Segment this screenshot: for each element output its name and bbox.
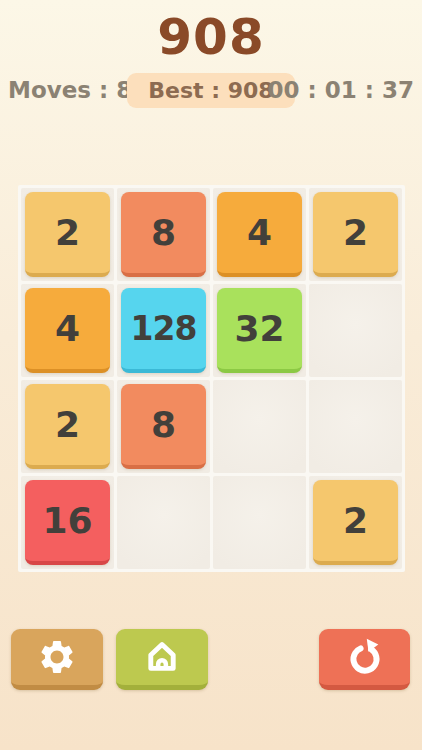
tile-2: 2 [313, 480, 398, 565]
board-cell: 8 [117, 188, 210, 281]
board-cell [213, 476, 306, 569]
board-cell [117, 476, 210, 569]
tile-2: 2 [25, 192, 110, 277]
board-cell: 32 [213, 284, 306, 377]
settings-button[interactable] [11, 629, 103, 690]
stats-bar: Moves : 83 Best : 908 00 : 01 : 37 [0, 72, 422, 108]
board-cell: 16 [21, 476, 114, 569]
tile-16: 16 [25, 480, 110, 565]
board-cell: 2 [309, 188, 402, 281]
board-cell: 2 [21, 380, 114, 473]
tile-4: 4 [217, 192, 302, 277]
board-cell [309, 380, 402, 473]
restart-icon [344, 636, 386, 678]
home-icon [141, 636, 183, 678]
home-button[interactable] [116, 629, 208, 690]
game-screen: 908 Moves : 83 Best : 908 00 : 01 : 37 2… [0, 0, 422, 750]
board-cell: 4 [21, 284, 114, 377]
board-cell [213, 380, 306, 473]
board-cell: 2 [309, 476, 402, 569]
board-cell [309, 284, 402, 377]
restart-button[interactable] [319, 629, 410, 690]
tile-2: 2 [25, 384, 110, 469]
board-cell: 2 [21, 188, 114, 281]
gear-icon [37, 637, 77, 677]
tile-4: 4 [25, 288, 110, 373]
board-cell: 4 [213, 188, 306, 281]
game-board: 284241283228162 [18, 185, 405, 572]
tile-8: 8 [121, 384, 206, 469]
game-timer: 00 : 01 : 37 [268, 72, 414, 108]
tile-2: 2 [313, 192, 398, 277]
tile-8: 8 [121, 192, 206, 277]
score-value: 908 [0, 8, 422, 66]
tile-32: 32 [217, 288, 302, 373]
board-cell: 8 [117, 380, 210, 473]
board-cell: 128 [117, 284, 210, 377]
tile-128: 128 [121, 288, 206, 373]
